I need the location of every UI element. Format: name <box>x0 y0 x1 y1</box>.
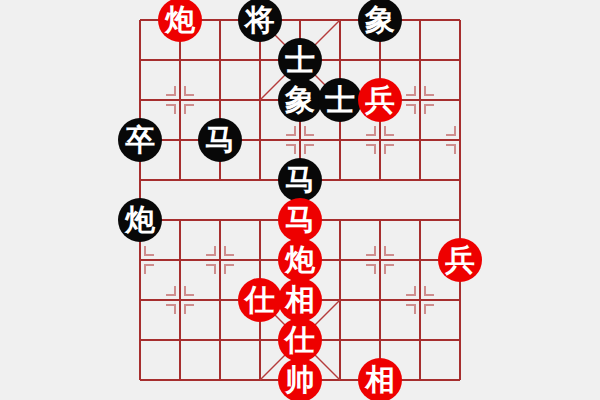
piece-red-cannon[interactable]: 炮 <box>278 238 322 282</box>
piece-black-advisor[interactable]: 士 <box>278 38 322 82</box>
piece-black-horse[interactable]: 马 <box>198 118 242 162</box>
board-grid[interactable]: 炮将象士象士兵卒马马炮马炮兵仕相仕帅相 <box>120 0 480 400</box>
piece-red-cannon[interactable]: 炮 <box>158 0 202 42</box>
piece-black-cannon[interactable]: 炮 <box>118 198 162 242</box>
piece-black-general[interactable]: 将 <box>238 0 282 42</box>
piece-black-soldier[interactable]: 卒 <box>118 118 162 162</box>
piece-red-elephant[interactable]: 相 <box>278 278 322 322</box>
piece-red-elephant[interactable]: 相 <box>358 358 402 400</box>
piece-black-elephant[interactable]: 象 <box>358 0 402 42</box>
piece-red-general[interactable]: 帅 <box>278 358 322 400</box>
piece-red-soldier[interactable]: 兵 <box>438 238 482 282</box>
piece-red-advisor[interactable]: 仕 <box>278 318 322 362</box>
piece-black-advisor[interactable]: 士 <box>318 78 362 122</box>
piece-red-horse[interactable]: 马 <box>278 198 322 242</box>
xiangqi-screen: 炮将象士象士兵卒马马炮马炮兵仕相仕帅相 <box>0 0 600 400</box>
piece-red-soldier[interactable]: 兵 <box>358 78 402 122</box>
piece-black-horse[interactable]: 马 <box>278 158 322 202</box>
piece-red-advisor[interactable]: 仕 <box>238 278 282 322</box>
piece-black-elephant[interactable]: 象 <box>278 78 322 122</box>
